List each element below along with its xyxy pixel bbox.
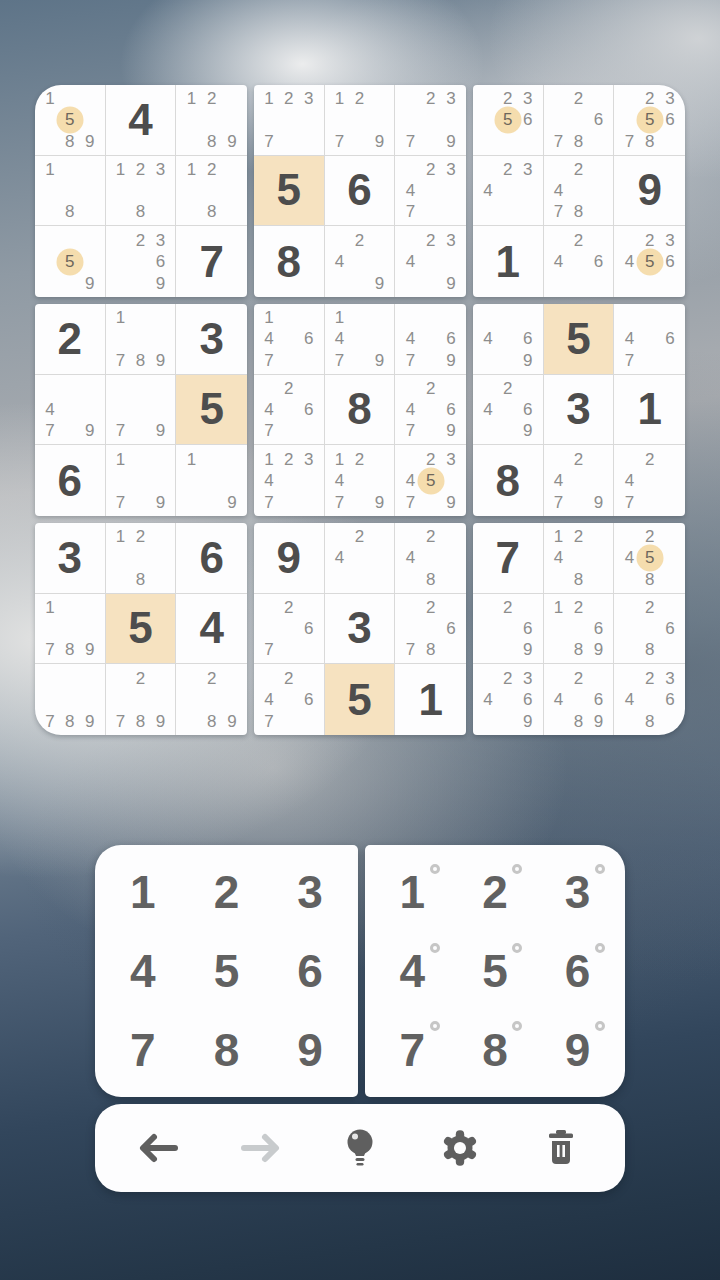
numpad-normal-3[interactable]: 3 [268, 853, 352, 932]
cell-r6c1[interactable]: 6 [35, 445, 106, 516]
pencil-marks: 1479 [330, 307, 390, 371]
cell-r7c6[interactable]: 248 [395, 523, 466, 594]
placed-digit: 8 [277, 240, 301, 284]
cell-r4c7[interactable]: 469 [473, 304, 544, 375]
pencil-marks: 2678 [549, 88, 609, 152]
gear-icon [439, 1127, 481, 1169]
placed-digit: 5 [566, 317, 590, 361]
placed-digit: 4 [128, 98, 152, 142]
pencil-ring-icon [595, 864, 605, 874]
pencil-marks: 267 [259, 597, 319, 661]
pencil-ring-icon [512, 864, 522, 874]
erase-button[interactable] [534, 1121, 588, 1175]
pencil-marks: 2467 [259, 667, 319, 732]
pencil-marks: 1789 [111, 307, 171, 371]
numpad-corner-6[interactable]: 6 [536, 932, 619, 1011]
pencil-marks: 2347 [400, 159, 461, 223]
cell-r3c5[interactable]: 249 [325, 226, 396, 297]
redo-button[interactable] [233, 1121, 287, 1175]
cell-r7c4[interactable]: 9 [254, 523, 325, 594]
pencil-marks: 128 [111, 526, 171, 590]
cell-r7c8[interactable]: 1248 [544, 523, 615, 594]
cell-r4c6[interactable]: 4679 [395, 304, 466, 375]
placed-digit: 1 [418, 678, 442, 722]
pencil-marks: 235678 [619, 88, 680, 152]
cell-r5c9[interactable]: 1 [614, 375, 685, 446]
cell-r3c3[interactable]: 7 [176, 226, 247, 297]
cell-r9c1[interactable]: 789 [35, 664, 106, 735]
placed-digit: 5 [128, 606, 152, 650]
cell-r2c7[interactable]: 234 [473, 156, 544, 227]
cell-r9c9[interactable]: 23468 [614, 664, 685, 735]
box-6: 469546724693182479247 [473, 304, 685, 516]
pencil-marks: 2356 [478, 88, 538, 152]
pencil-marks: 1789 [40, 597, 100, 661]
cell-r6c8[interactable]: 2479 [544, 445, 615, 516]
pencil-marks: 2458 [619, 526, 680, 590]
cell-r1c2[interactable]: 4 [106, 85, 177, 156]
numpad-normal-4[interactable]: 4 [101, 932, 185, 1011]
pencil-marks: 2349 [400, 229, 461, 294]
pencil-marks: 248 [400, 526, 461, 590]
cell-r7c9[interactable]: 2458 [614, 523, 685, 594]
cell-r5c3[interactable]: 5 [176, 375, 247, 446]
pencil-marks: 234 [478, 159, 538, 223]
pencil-marks: 1289 [181, 88, 242, 152]
placed-digit: 4 [199, 606, 223, 650]
cell-r7c1[interactable]: 3 [35, 523, 106, 594]
pad-digit: 5 [482, 944, 508, 998]
numpad-normal-6[interactable]: 6 [268, 932, 352, 1011]
placed-digit: 3 [58, 536, 82, 580]
cell-r8c5[interactable]: 3 [325, 594, 396, 665]
pencil-marks: 1238 [111, 159, 171, 223]
pencil-marks: 24 [330, 526, 390, 590]
pencil-marks: 12689 [549, 597, 609, 661]
cell-r6c3[interactable]: 19 [176, 445, 247, 516]
numpad-corner-5[interactable]: 5 [454, 932, 537, 1011]
cell-r8c4[interactable]: 267 [254, 594, 325, 665]
pencil-marks: 24689 [549, 667, 609, 732]
cell-r4c9[interactable]: 467 [614, 304, 685, 375]
cell-r5c7[interactable]: 2469 [473, 375, 544, 446]
placed-digit: 5 [347, 678, 371, 722]
numpad-corner-9[interactable]: 9 [536, 1010, 619, 1089]
cell-r2c2[interactable]: 1238 [106, 156, 177, 227]
pad-digit: 7 [130, 1023, 156, 1077]
cell-r5c6[interactable]: 24679 [395, 375, 466, 446]
pencil-marks: 2479 [549, 448, 609, 513]
pencil-marks: 2478 [549, 159, 609, 223]
pad-digit: 9 [297, 1023, 323, 1077]
cell-r9c8[interactable]: 24689 [544, 664, 615, 735]
numpad-corner-7[interactable]: 7 [371, 1010, 454, 1089]
pencil-marks: 2789 [111, 667, 171, 732]
cell-r8c3[interactable]: 4 [176, 594, 247, 665]
pencil-marks: 479 [40, 378, 100, 442]
pencil-marks: 469 [478, 307, 538, 371]
box-5: 14671479467924678246791234712479234579 [254, 304, 466, 516]
placed-digit: 5 [199, 387, 223, 431]
pencil-marks: 1467 [259, 307, 319, 371]
placed-digit: 8 [347, 387, 371, 431]
cell-r4c3[interactable]: 3 [176, 304, 247, 375]
numpad-corner-2[interactable]: 2 [454, 853, 537, 932]
lightbulb-icon [340, 1127, 380, 1169]
pencil-marks: 1589 [40, 88, 100, 152]
placed-digit: 5 [277, 168, 301, 212]
trash-icon [541, 1127, 581, 1169]
pencil-marks: 2369 [111, 229, 171, 294]
cell-r8c2[interactable]: 5 [106, 594, 177, 665]
cell-r6c5[interactable]: 12479 [325, 445, 396, 516]
pencil-marks: 789 [40, 667, 100, 732]
cell-r3c4[interactable]: 8 [254, 226, 325, 297]
numpad-normal-9[interactable]: 9 [268, 1010, 352, 1089]
cell-r6c6[interactable]: 234579 [395, 445, 466, 516]
cell-r2c1[interactable]: 18 [35, 156, 106, 227]
cell-r1c3[interactable]: 1289 [176, 85, 247, 156]
box-1: 1589412891812381285923697 [35, 85, 247, 297]
pencil-marks: 23468 [619, 667, 680, 732]
cell-r7c5[interactable]: 24 [325, 523, 396, 594]
pencil-ring-icon [430, 943, 440, 953]
numpad-normal-8[interactable]: 8 [185, 1010, 269, 1089]
placed-digit: 7 [496, 536, 520, 580]
numpad-corner-3[interactable]: 3 [536, 853, 619, 932]
undo-button[interactable] [132, 1121, 186, 1175]
placed-digit: 1 [496, 240, 520, 284]
cell-r9c7[interactable]: 23469 [473, 664, 544, 735]
box-2: 12371279237956234782492349 [254, 85, 466, 297]
pencil-marks: 249 [330, 229, 390, 294]
settings-button[interactable] [433, 1121, 487, 1175]
cell-r2c6[interactable]: 2347 [395, 156, 466, 227]
cell-r6c9[interactable]: 247 [614, 445, 685, 516]
cell-r3c1[interactable]: 59 [35, 226, 106, 297]
cell-r7c7[interactable]: 7 [473, 523, 544, 594]
box-9: 71248245826912689268234692468923468 [473, 523, 685, 735]
box-7: 312861789547892789289 [35, 523, 247, 735]
cell-r8c6[interactable]: 2678 [395, 594, 466, 665]
pencil-marks: 2469 [478, 378, 538, 442]
placed-digit: 6 [347, 168, 371, 212]
pencil-marks: 246 [549, 229, 609, 294]
cell-r9c6[interactable]: 1 [395, 664, 466, 735]
placed-digit: 1 [637, 387, 661, 431]
cell-r2c4[interactable]: 5 [254, 156, 325, 227]
placed-digit: 9 [277, 536, 301, 580]
pad-digit: 3 [297, 865, 323, 919]
pad-digit: 8 [214, 1023, 240, 1077]
placed-digit: 6 [58, 459, 82, 503]
pad-digit: 1 [400, 865, 426, 919]
pencil-ring-icon [595, 1021, 605, 1031]
undo-arrow-icon [137, 1131, 181, 1165]
pencil-marks: 269 [478, 597, 538, 661]
cell-r1c1[interactable]: 1589 [35, 85, 106, 156]
numpad-normal: 123456789 [95, 845, 358, 1097]
numpad-corner-4[interactable]: 4 [371, 932, 454, 1011]
cell-r8c9[interactable]: 268 [614, 594, 685, 665]
numpad-normal-2[interactable]: 2 [185, 853, 269, 932]
pad-digit: 1 [130, 865, 156, 919]
pencil-marks: 179 [111, 448, 171, 513]
cell-r7c3[interactable]: 6 [176, 523, 247, 594]
redo-arrow-icon [238, 1131, 282, 1165]
pencil-marks: 2379 [400, 88, 461, 152]
pencil-marks: 247 [619, 448, 680, 513]
cell-r5c2[interactable]: 79 [106, 375, 177, 446]
placed-digit: 2 [58, 317, 82, 361]
sudoku-board: 1589412891812381285923697123712792379562… [35, 85, 685, 735]
placed-digit: 6 [199, 536, 223, 580]
pencil-ring-icon [512, 943, 522, 953]
pencil-marks: 23456 [619, 229, 680, 294]
cell-r1c6[interactable]: 2379 [395, 85, 466, 156]
pencil-marks: 12347 [259, 448, 319, 513]
pencil-ring-icon [430, 864, 440, 874]
cell-r4c8[interactable]: 5 [544, 304, 615, 375]
pencil-marks: 59 [40, 229, 100, 294]
pencil-ring-icon [512, 1021, 522, 1031]
cell-r5c5[interactable]: 8 [325, 375, 396, 446]
cell-r2c9[interactable]: 9 [614, 156, 685, 227]
cell-r4c5[interactable]: 1479 [325, 304, 396, 375]
pad-digit: 2 [482, 865, 508, 919]
pencil-marks: 24679 [400, 378, 461, 442]
placed-digit: 3 [566, 387, 590, 431]
cell-r1c4[interactable]: 1237 [254, 85, 325, 156]
pencil-marks: 2678 [400, 597, 461, 661]
cell-r4c4[interactable]: 1467 [254, 304, 325, 375]
pencil-marks: 289 [181, 667, 242, 732]
cell-r8c7[interactable]: 269 [473, 594, 544, 665]
placed-digit: 3 [347, 606, 371, 650]
box-3: 2356267823567823424789124623456 [473, 85, 685, 297]
pad-digit: 3 [565, 865, 591, 919]
placed-digit: 7 [199, 240, 223, 284]
cell-r9c2[interactable]: 2789 [106, 664, 177, 735]
toolbar [95, 1104, 625, 1192]
cell-r9c3[interactable]: 289 [176, 664, 247, 735]
cell-r3c9[interactable]: 23456 [614, 226, 685, 297]
cell-r7c2[interactable]: 128 [106, 523, 177, 594]
numpad-normal-7[interactable]: 7 [101, 1010, 185, 1089]
pencil-ring-icon [430, 1021, 440, 1031]
pencil-marks: 234579 [400, 448, 461, 513]
pad-digit: 8 [482, 1023, 508, 1077]
placed-digit: 3 [199, 317, 223, 361]
cell-r8c8[interactable]: 12689 [544, 594, 615, 665]
cell-r9c4[interactable]: 2467 [254, 664, 325, 735]
pencil-marks: 1279 [330, 88, 390, 152]
pencil-marks: 19 [181, 448, 242, 513]
cell-r6c2[interactable]: 179 [106, 445, 177, 516]
cell-r2c3[interactable]: 128 [176, 156, 247, 227]
cell-r3c7[interactable]: 1 [473, 226, 544, 297]
numpad-corner: 123456789 [365, 845, 625, 1097]
cell-r1c9[interactable]: 235678 [614, 85, 685, 156]
pencil-marks: 268 [619, 597, 680, 661]
cell-r5c1[interactable]: 479 [35, 375, 106, 446]
pencil-marks: 2467 [259, 378, 319, 442]
cell-r4c2[interactable]: 1789 [106, 304, 177, 375]
placed-digit: 8 [496, 459, 520, 503]
hint-button[interactable] [333, 1121, 387, 1175]
cell-r3c2[interactable]: 2369 [106, 226, 177, 297]
box-8: 92424826732678246751 [254, 523, 466, 735]
pad-digit: 5 [214, 944, 240, 998]
pencil-marks: 467 [619, 307, 680, 371]
pencil-marks: 4679 [400, 307, 461, 371]
pad-digit: 7 [400, 1023, 426, 1077]
pencil-marks: 1248 [549, 526, 609, 590]
cell-r2c8[interactable]: 2478 [544, 156, 615, 227]
box-4: 217893479795617919 [35, 304, 247, 516]
pad-digit: 4 [130, 944, 156, 998]
numpad-corner-1[interactable]: 1 [371, 853, 454, 932]
pencil-marks: 1237 [259, 88, 319, 152]
cell-r5c4[interactable]: 2467 [254, 375, 325, 446]
numpad-corner-8[interactable]: 8 [454, 1010, 537, 1089]
pencil-marks: 23469 [478, 667, 538, 732]
pad-digit: 6 [297, 944, 323, 998]
pencil-marks: 128 [181, 159, 242, 223]
cell-r1c8[interactable]: 2678 [544, 85, 615, 156]
cell-r4c1[interactable]: 2 [35, 304, 106, 375]
cell-r3c6[interactable]: 2349 [395, 226, 466, 297]
cell-r1c7[interactable]: 2356 [473, 85, 544, 156]
pad-digit: 9 [565, 1023, 591, 1077]
cell-r2c5[interactable]: 6 [325, 156, 396, 227]
numpad-normal-1[interactable]: 1 [101, 853, 185, 932]
pencil-ring-icon [595, 943, 605, 953]
pad-digit: 2 [214, 865, 240, 919]
cell-r3c8[interactable]: 246 [544, 226, 615, 297]
cell-r6c4[interactable]: 12347 [254, 445, 325, 516]
placed-digit: 9 [637, 168, 661, 212]
cell-r9c5[interactable]: 5 [325, 664, 396, 735]
pencil-marks: 18 [40, 159, 100, 223]
cell-r8c1[interactable]: 1789 [35, 594, 106, 665]
pad-digit: 4 [400, 944, 426, 998]
pad-digit: 6 [565, 944, 591, 998]
pencil-marks: 79 [111, 378, 171, 442]
cell-r6c7[interactable]: 8 [473, 445, 544, 516]
cell-r5c8[interactable]: 3 [544, 375, 615, 446]
numpad-normal-5[interactable]: 5 [185, 932, 269, 1011]
pencil-marks: 12479 [330, 448, 390, 513]
cell-r1c5[interactable]: 1279 [325, 85, 396, 156]
